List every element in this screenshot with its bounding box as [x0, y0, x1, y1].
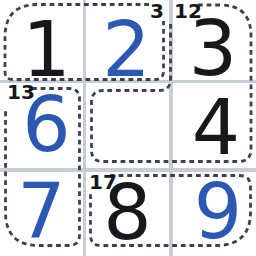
cage-sum-17: 17 [89, 172, 117, 192]
cage-sum-13: 13 [7, 82, 35, 102]
board-grid: 1 2 3 6 4 7 8 9 [0, 0, 256, 256]
cage-sum-3: 3 [150, 1, 164, 21]
digit: 1 [22, 12, 70, 88]
digit: 9 [194, 174, 242, 250]
cell-r3c1[interactable]: 7 [0, 170, 85, 256]
killer-sudoku-board[interactable]: 1 2 3 6 4 7 8 9 3 12 13 17 [0, 0, 256, 256]
digit: 4 [192, 90, 240, 166]
cell-r3c3[interactable]: 9 [170, 170, 256, 256]
digit: 7 [17, 174, 65, 250]
cell-r2c3[interactable]: 4 [170, 85, 256, 170]
cell-r2c2-empty[interactable] [85, 85, 170, 170]
cell-r1c1[interactable]: 1 [0, 0, 85, 85]
digit: 2 [102, 12, 150, 88]
cage-sum-12: 12 [174, 1, 202, 21]
